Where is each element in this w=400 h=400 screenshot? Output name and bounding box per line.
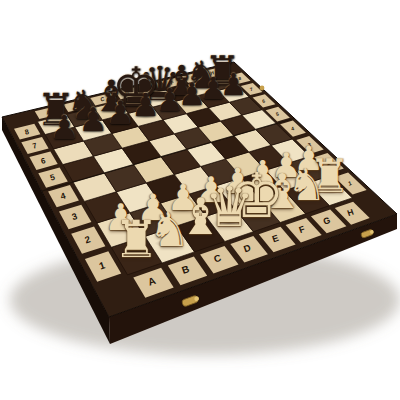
board-svg: AA11BB22CC33DD44EE55FF66GG77HH88 — [0, 0, 400, 400]
chess-set-photo: AA11BB22CC33DD44EE55FF66GG77HH88 ♜♞♝♚♛♝♞… — [0, 0, 400, 400]
hinge-pin — [260, 86, 265, 91]
